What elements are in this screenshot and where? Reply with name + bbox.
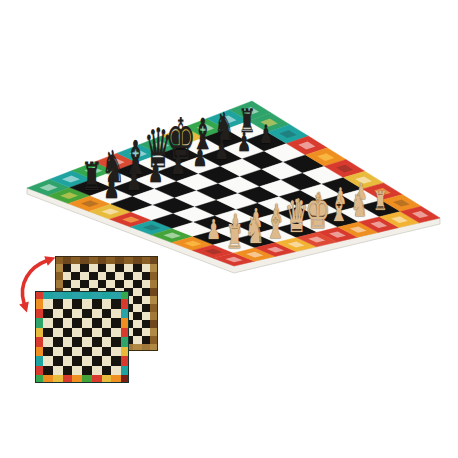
mini-board-square xyxy=(133,312,142,320)
mini-border-square xyxy=(36,318,43,328)
mini-border-square xyxy=(150,320,157,328)
mini-board-square xyxy=(115,272,124,280)
mini-border-square xyxy=(36,356,43,366)
mini-board-square xyxy=(71,280,80,288)
mini-board-square xyxy=(98,264,107,272)
mini-board-square xyxy=(106,264,115,272)
mini-board-square xyxy=(82,347,92,357)
mini-border-square xyxy=(36,299,43,309)
mini-board-square xyxy=(92,328,102,338)
mini-border-square xyxy=(150,272,157,280)
mini-board-square xyxy=(92,309,102,319)
mini-board-square xyxy=(71,264,80,272)
mini-board-square xyxy=(102,356,112,366)
mini-board-square xyxy=(111,356,121,366)
mini-board-square xyxy=(102,337,112,347)
mini-board-square xyxy=(63,328,73,338)
mini-board-square xyxy=(72,309,82,319)
mini-board-square xyxy=(92,347,102,357)
mini-board-square xyxy=(72,337,82,347)
mini-border-square xyxy=(150,328,157,336)
mini-board-square xyxy=(53,328,63,338)
mini-border-square xyxy=(142,344,151,351)
mini-border-square xyxy=(36,347,43,357)
mini-board-square xyxy=(111,318,121,328)
mini-board-square xyxy=(111,347,121,357)
mini-board-square xyxy=(53,356,63,366)
mini-board-square xyxy=(82,328,92,338)
mini-border-square xyxy=(121,347,128,357)
mini-border-square xyxy=(82,292,92,299)
mini-border-square xyxy=(43,375,53,382)
mini-board-square xyxy=(53,366,63,376)
mini-board-square xyxy=(53,337,63,347)
mini-border-square xyxy=(36,328,43,338)
chess-side-preview xyxy=(36,292,128,382)
mini-board-square xyxy=(71,272,80,280)
mini-board-square xyxy=(115,264,124,272)
mini-border-square xyxy=(82,375,92,382)
mini-border-square xyxy=(121,366,128,376)
mini-board-square xyxy=(142,264,151,272)
mini-board-square xyxy=(111,337,121,347)
mini-border-square xyxy=(150,264,157,272)
mini-board-square xyxy=(53,318,63,328)
mini-board-square xyxy=(142,328,151,336)
mini-border-square xyxy=(36,375,43,382)
mini-board-square xyxy=(92,337,102,347)
mini-border-square xyxy=(121,309,128,319)
mini-board-square xyxy=(72,356,82,366)
mini-board-square xyxy=(82,318,92,328)
mini-board-square xyxy=(133,288,142,296)
mini-border-square xyxy=(72,292,82,299)
mini-border-square xyxy=(92,375,102,382)
mini-board-square xyxy=(142,304,151,312)
mini-border-square xyxy=(121,375,128,382)
mini-border-square xyxy=(102,292,112,299)
mini-board-square xyxy=(133,296,142,304)
mini-board-square xyxy=(111,299,121,309)
mini-border-square xyxy=(121,299,128,309)
mini-border-square xyxy=(121,328,128,338)
mini-board-square xyxy=(115,280,124,288)
mini-board-square xyxy=(124,280,133,288)
mini-board-square xyxy=(124,264,133,272)
mini-border-square xyxy=(36,366,43,376)
mini-board-square xyxy=(43,356,53,366)
mini-board-square xyxy=(102,347,112,357)
mini-border-square xyxy=(63,375,73,382)
mini-board-square xyxy=(63,309,73,319)
mini-border-square xyxy=(43,292,53,299)
mini-board-square xyxy=(98,272,107,280)
mini-board-square xyxy=(72,347,82,357)
mini-border-square xyxy=(133,344,142,351)
mini-board-square xyxy=(72,328,82,338)
mini-board-square xyxy=(142,320,151,328)
mini-board-square xyxy=(133,304,142,312)
mini-border-square xyxy=(111,375,121,382)
mini-board-square xyxy=(80,280,89,288)
mini-board-square xyxy=(82,366,92,376)
mini-board-square xyxy=(124,272,133,280)
mini-board-square xyxy=(82,299,92,309)
mini-board-square xyxy=(80,272,89,280)
mini-border-square xyxy=(36,337,43,347)
mini-board-square xyxy=(43,309,53,319)
mini-board-square xyxy=(92,356,102,366)
mini-board-square xyxy=(89,264,98,272)
mini-board-square xyxy=(102,299,112,309)
mini-border-square xyxy=(150,336,157,344)
mini-border-square xyxy=(150,344,157,351)
mini-board-square xyxy=(102,328,112,338)
mini-board-square xyxy=(142,296,151,304)
mini-board-square xyxy=(98,280,107,288)
mini-board-square xyxy=(63,280,72,288)
mini-board-square xyxy=(106,280,115,288)
product-photo: ♜♞♟♝♟♚♟♛♟♝♟♞♟♜♟♟♟♟♜♟♞♟♝♟♚♟♛♟♝♟♞♜ xyxy=(0,0,458,458)
mini-board-square xyxy=(92,318,102,328)
mini-board-square xyxy=(142,272,151,280)
mini-board-square xyxy=(142,312,151,320)
mini-board-square xyxy=(63,264,72,272)
mini-board-square xyxy=(43,366,53,376)
mini-border-square xyxy=(36,309,43,319)
mini-board-square xyxy=(133,264,142,272)
mini-board-square xyxy=(72,366,82,376)
mini-board-square xyxy=(89,272,98,280)
mini-board-square xyxy=(72,299,82,309)
mini-border-square xyxy=(53,292,63,299)
mini-border-square xyxy=(63,292,73,299)
mini-board-square xyxy=(63,347,73,357)
mini-board-square xyxy=(92,366,102,376)
mini-border-square xyxy=(121,356,128,366)
mini-board-square xyxy=(53,309,63,319)
mini-board-square xyxy=(133,328,142,336)
mini-board-square xyxy=(102,318,112,328)
mini-board-square xyxy=(133,280,142,288)
mini-board-square xyxy=(102,366,112,376)
mini-board-square xyxy=(92,299,102,309)
mini-board-square xyxy=(82,356,92,366)
mini-board-square xyxy=(142,336,151,344)
mini-border-square xyxy=(150,296,157,304)
mini-board-square xyxy=(72,318,82,328)
mini-board-square xyxy=(111,366,121,376)
mini-board-square xyxy=(63,356,73,366)
mini-board-square xyxy=(63,337,73,347)
mini-border-square xyxy=(102,375,112,382)
chess-board-perspective xyxy=(0,0,458,458)
mini-border-square xyxy=(150,280,157,288)
mini-border-square xyxy=(121,337,128,347)
mini-board-square xyxy=(133,336,142,344)
mini-board-square xyxy=(142,280,151,288)
mini-border-square xyxy=(36,292,43,299)
mini-board-square xyxy=(53,347,63,357)
mini-border-square xyxy=(121,292,128,299)
mini-board-square xyxy=(106,272,115,280)
mini-board-square xyxy=(142,288,151,296)
mini-border-square xyxy=(150,312,157,320)
mini-board-square xyxy=(43,337,53,347)
mini-border-square xyxy=(111,292,121,299)
mini-border-square xyxy=(92,292,102,299)
mini-border-square xyxy=(150,288,157,296)
mini-board-square xyxy=(111,328,121,338)
mini-board-square xyxy=(133,320,142,328)
mini-board-square xyxy=(102,309,112,319)
mini-border-square xyxy=(150,304,157,312)
mini-board-square xyxy=(63,299,73,309)
mini-board-square xyxy=(82,337,92,347)
mini-board-square xyxy=(111,309,121,319)
mini-board-square xyxy=(53,299,63,309)
mini-board-square xyxy=(80,264,89,272)
mini-board-square xyxy=(43,347,53,357)
mini-border-square xyxy=(72,375,82,382)
mini-board-square xyxy=(43,318,53,328)
mini-board-square xyxy=(63,366,73,376)
mini-border-square xyxy=(121,318,128,328)
mini-board-square xyxy=(43,299,53,309)
mini-board-square xyxy=(82,309,92,319)
mini-border-square xyxy=(53,375,63,382)
mini-board-square xyxy=(133,272,142,280)
mini-board-square xyxy=(43,328,53,338)
mini-board-square xyxy=(89,280,98,288)
mini-board-square xyxy=(63,318,73,328)
mini-board-square xyxy=(63,272,72,280)
